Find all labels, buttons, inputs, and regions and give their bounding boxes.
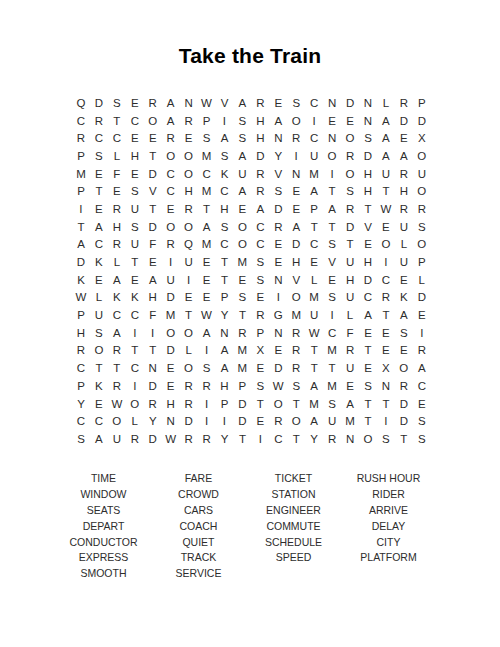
grid-cell[interactable]: W (198, 94, 216, 112)
grid-cell[interactable]: E (395, 342, 413, 360)
grid-cell[interactable]: T (251, 395, 269, 413)
grid-cell[interactable]: M (233, 342, 251, 360)
grid-cell[interactable]: T (108, 112, 126, 130)
grid-cell[interactable]: T (395, 430, 413, 448)
grid-cell[interactable]: A (395, 306, 413, 324)
grid-cell[interactable]: O (162, 324, 180, 342)
grid-cell[interactable]: P (251, 324, 269, 342)
grid-cell[interactable]: O (413, 236, 431, 254)
grid-cell[interactable]: R (413, 200, 431, 218)
grid-cell[interactable]: O (341, 165, 359, 183)
grid-cell[interactable]: E (144, 253, 162, 271)
grid-cell[interactable]: T (108, 359, 126, 377)
grid-cell[interactable]: S (269, 182, 287, 200)
grid-cell[interactable]: U (341, 253, 359, 271)
grid-cell[interactable]: P (233, 377, 251, 395)
grid-cell[interactable]: C (126, 306, 144, 324)
grid-cell[interactable]: D (341, 218, 359, 236)
grid-cell[interactable]: I (413, 324, 431, 342)
grid-cell[interactable]: R (180, 395, 198, 413)
grid-cell[interactable]: C (72, 412, 90, 430)
grid-cell[interactable]: T (305, 342, 323, 360)
grid-cell[interactable]: S (72, 430, 90, 448)
grid-cell[interactable]: M (198, 147, 216, 165)
grid-cell[interactable]: N (180, 94, 198, 112)
grid-cell[interactable]: T (359, 342, 377, 360)
grid-cell[interactable]: R (341, 200, 359, 218)
grid-cell[interactable]: V (359, 218, 377, 236)
grid-cell[interactable]: E (413, 395, 431, 413)
grid-cell[interactable]: E (359, 236, 377, 254)
grid-cell[interactable]: U (395, 253, 413, 271)
grid-cell[interactable]: R (90, 112, 108, 130)
grid-cell[interactable]: D (233, 395, 251, 413)
grid-cell[interactable]: C (72, 112, 90, 130)
grid-cell[interactable]: T (305, 218, 323, 236)
grid-cell[interactable]: D (269, 359, 287, 377)
grid-cell[interactable]: Q (180, 236, 198, 254)
grid-cell[interactable]: R (108, 377, 126, 395)
grid-cell[interactable]: D (395, 395, 413, 413)
grid-cell[interactable]: I (377, 412, 395, 430)
grid-cell[interactable]: R (162, 236, 180, 254)
grid-cell[interactable]: A (90, 430, 108, 448)
grid-cell[interactable]: E (108, 182, 126, 200)
grid-cell[interactable]: A (323, 200, 341, 218)
grid-cell[interactable]: M (341, 412, 359, 430)
grid-cell[interactable]: S (287, 94, 305, 112)
grid-cell[interactable]: X (377, 359, 395, 377)
grid-cell[interactable]: A (108, 324, 126, 342)
grid-cell[interactable]: U (126, 236, 144, 254)
grid-cell[interactable]: T (144, 147, 162, 165)
grid-cell[interactable]: E (162, 377, 180, 395)
grid-cell[interactable]: C (377, 271, 395, 289)
grid-cell[interactable]: T (323, 359, 341, 377)
grid-cell[interactable]: I (198, 412, 216, 430)
grid-cell[interactable]: E (126, 165, 144, 183)
grid-cell[interactable]: W (108, 395, 126, 413)
grid-cell[interactable]: O (377, 236, 395, 254)
grid-cell[interactable]: H (251, 129, 269, 147)
grid-cell[interactable]: R (251, 182, 269, 200)
grid-cell[interactable]: D (287, 236, 305, 254)
grid-cell[interactable]: T (144, 342, 162, 360)
grid-cell[interactable]: E (251, 359, 269, 377)
grid-cell[interactable]: S (377, 430, 395, 448)
grid-cell[interactable]: S (216, 147, 234, 165)
grid-cell[interactable]: P (72, 182, 90, 200)
grid-cell[interactable]: A (413, 359, 431, 377)
grid-cell[interactable]: A (198, 324, 216, 342)
grid-cell[interactable]: Y (216, 306, 234, 324)
grid-cell[interactable]: L (305, 271, 323, 289)
grid-cell[interactable]: I (323, 165, 341, 183)
grid-cell[interactable]: C (162, 165, 180, 183)
grid-cell[interactable]: R (341, 342, 359, 360)
grid-cell[interactable]: M (305, 289, 323, 307)
grid-cell[interactable]: T (377, 182, 395, 200)
grid-cell[interactable]: H (359, 182, 377, 200)
grid-cell[interactable]: A (233, 147, 251, 165)
grid-cell[interactable]: I (377, 253, 395, 271)
grid-cell[interactable]: E (180, 129, 198, 147)
grid-cell[interactable]: E (144, 129, 162, 147)
grid-cell[interactable]: E (162, 200, 180, 218)
grid-cell[interactable]: N (287, 165, 305, 183)
grid-cell[interactable]: H (144, 289, 162, 307)
grid-cell[interactable]: N (269, 324, 287, 342)
grid-cell[interactable]: R (395, 165, 413, 183)
grid-cell[interactable]: C (198, 165, 216, 183)
grid-cell[interactable]: S (233, 112, 251, 130)
grid-cell[interactable]: I (162, 253, 180, 271)
grid-cell[interactable]: A (377, 112, 395, 130)
grid-cell[interactable]: S (413, 218, 431, 236)
grid-cell[interactable]: O (233, 218, 251, 236)
grid-cell[interactable]: H (72, 324, 90, 342)
grid-cell[interactable]: E (126, 94, 144, 112)
grid-cell[interactable]: A (269, 112, 287, 130)
grid-cell[interactable]: R (323, 430, 341, 448)
grid-cell[interactable]: D (395, 412, 413, 430)
grid-cell[interactable]: R (341, 147, 359, 165)
grid-cell[interactable]: E (323, 112, 341, 130)
grid-cell[interactable]: S (198, 129, 216, 147)
grid-cell[interactable]: D (413, 289, 431, 307)
grid-cell[interactable]: C (251, 218, 269, 236)
grid-cell[interactable]: O (287, 112, 305, 130)
grid-cell[interactable]: N (162, 412, 180, 430)
grid-cell[interactable]: O (323, 147, 341, 165)
grid-cell[interactable]: R (180, 430, 198, 448)
grid-cell[interactable]: W (162, 430, 180, 448)
grid-cell[interactable]: M (233, 359, 251, 377)
grid-cell[interactable]: T (305, 359, 323, 377)
grid-cell[interactable]: L (108, 147, 126, 165)
grid-cell[interactable]: C (269, 430, 287, 448)
grid-cell[interactable]: O (180, 218, 198, 236)
grid-cell[interactable]: N (269, 271, 287, 289)
grid-cell[interactable]: H (216, 200, 234, 218)
grid-cell[interactable]: D (90, 94, 108, 112)
grid-cell[interactable]: T (377, 395, 395, 413)
grid-cell[interactable]: N (144, 359, 162, 377)
grid-cell[interactable]: R (126, 430, 144, 448)
grid-cell[interactable]: F (341, 324, 359, 342)
grid-cell[interactable]: R (180, 200, 198, 218)
grid-cell[interactable]: R (287, 359, 305, 377)
grid-cell[interactable]: E (287, 182, 305, 200)
grid-cell[interactable]: L (395, 236, 413, 254)
grid-cell[interactable]: R (233, 324, 251, 342)
grid-cell[interactable]: E (126, 271, 144, 289)
grid-cell[interactable]: H (162, 395, 180, 413)
grid-cell[interactable]: N (341, 430, 359, 448)
grid-cell[interactable]: A (377, 129, 395, 147)
grid-cell[interactable]: R (377, 289, 395, 307)
grid-cell[interactable]: T (126, 253, 144, 271)
grid-cell[interactable]: Y (305, 430, 323, 448)
grid-cell[interactable]: E (198, 289, 216, 307)
grid-cell[interactable]: C (413, 377, 431, 395)
grid-cell[interactable]: U (341, 289, 359, 307)
grid-cell[interactable]: O (144, 112, 162, 130)
grid-cell[interactable]: M (233, 253, 251, 271)
grid-cell[interactable]: T (90, 182, 108, 200)
grid-cell[interactable]: O (180, 324, 198, 342)
grid-cell[interactable]: A (198, 218, 216, 236)
grid-cell[interactable]: A (216, 129, 234, 147)
grid-cell[interactable]: P (198, 112, 216, 130)
grid-cell[interactable]: R (108, 342, 126, 360)
grid-cell[interactable]: M (305, 395, 323, 413)
grid-cell[interactable]: E (341, 112, 359, 130)
grid-cell[interactable]: P (72, 377, 90, 395)
grid-cell[interactable]: S (216, 218, 234, 236)
grid-cell[interactable]: T (323, 218, 341, 236)
grid-cell[interactable]: U (162, 271, 180, 289)
grid-cell[interactable]: U (341, 359, 359, 377)
grid-cell[interactable]: R (144, 94, 162, 112)
grid-cell[interactable]: N (216, 324, 234, 342)
grid-cell[interactable]: X (413, 129, 431, 147)
grid-cell[interactable]: C (305, 129, 323, 147)
grid-cell[interactable]: S (198, 359, 216, 377)
grid-cell[interactable]: S (251, 253, 269, 271)
grid-cell[interactable]: R (251, 306, 269, 324)
grid-cell[interactable]: V (323, 253, 341, 271)
grid-cell[interactable]: H (216, 377, 234, 395)
grid-cell[interactable]: M (323, 342, 341, 360)
grid-cell[interactable]: F (108, 165, 126, 183)
grid-cell[interactable]: S (233, 289, 251, 307)
grid-cell[interactable]: S (341, 182, 359, 200)
grid-cell[interactable]: E (377, 218, 395, 236)
grid-cell[interactable]: H (180, 182, 198, 200)
grid-cell[interactable]: R (144, 395, 162, 413)
grid-cell[interactable]: I (72, 200, 90, 218)
grid-cell[interactable]: N (359, 94, 377, 112)
grid-cell[interactable]: T (144, 200, 162, 218)
grid-cell[interactable]: S (251, 377, 269, 395)
grid-cell[interactable]: I (251, 430, 269, 448)
grid-cell[interactable]: O (162, 218, 180, 236)
grid-cell[interactable]: D (162, 289, 180, 307)
grid-cell[interactable]: D (413, 112, 431, 130)
grid-cell[interactable]: D (72, 253, 90, 271)
grid-cell[interactable]: P (413, 94, 431, 112)
grid-cell[interactable]: T (216, 253, 234, 271)
grid-cell[interactable]: I (198, 342, 216, 360)
grid-cell[interactable]: D (269, 200, 287, 218)
grid-cell[interactable]: Y (144, 412, 162, 430)
grid-cell[interactable]: X (251, 342, 269, 360)
grid-cell[interactable]: U (233, 165, 251, 183)
grid-cell[interactable]: K (72, 271, 90, 289)
grid-cell[interactable]: R (180, 112, 198, 130)
grid-cell[interactable]: E (359, 359, 377, 377)
grid-cell[interactable]: R (413, 342, 431, 360)
grid-cell[interactable]: D (144, 218, 162, 236)
grid-cell[interactable]: T (233, 430, 251, 448)
grid-cell[interactable]: R (162, 129, 180, 147)
grid-cell[interactable]: T (359, 200, 377, 218)
grid-cell[interactable]: T (90, 359, 108, 377)
grid-cell[interactable]: O (287, 289, 305, 307)
grid-cell[interactable]: O (269, 395, 287, 413)
grid-cell[interactable]: W (72, 289, 90, 307)
grid-cell[interactable]: T (341, 236, 359, 254)
grid-cell[interactable]: K (90, 377, 108, 395)
grid-cell[interactable]: I (144, 324, 162, 342)
grid-cell[interactable]: P (216, 289, 234, 307)
grid-cell[interactable]: A (305, 377, 323, 395)
grid-cell[interactable]: H (251, 112, 269, 130)
grid-cell[interactable]: A (395, 147, 413, 165)
grid-cell[interactable]: F (144, 236, 162, 254)
grid-cell[interactable]: E (323, 271, 341, 289)
grid-cell[interactable]: D (144, 165, 162, 183)
grid-cell[interactable]: C (216, 236, 234, 254)
grid-cell[interactable]: E (126, 129, 144, 147)
grid-cell[interactable]: D (144, 377, 162, 395)
grid-cell[interactable]: L (180, 342, 198, 360)
grid-cell[interactable]: R (108, 200, 126, 218)
grid-cell[interactable]: E (377, 342, 395, 360)
grid-cell[interactable]: A (305, 182, 323, 200)
grid-cell[interactable]: R (180, 377, 198, 395)
grid-cell[interactable]: A (90, 218, 108, 236)
grid-cell[interactable]: S (108, 94, 126, 112)
grid-cell[interactable]: M (305, 165, 323, 183)
grid-cell[interactable]: R (108, 236, 126, 254)
grid-cell[interactable]: L (413, 271, 431, 289)
grid-cell[interactable]: O (90, 342, 108, 360)
grid-cell[interactable]: E (251, 289, 269, 307)
grid-cell[interactable]: D (341, 94, 359, 112)
grid-cell[interactable]: T (233, 306, 251, 324)
grid-cell[interactable]: Q (72, 94, 90, 112)
grid-cell[interactable]: O (126, 395, 144, 413)
grid-cell[interactable]: T (72, 218, 90, 236)
grid-cell[interactable]: N (377, 377, 395, 395)
grid-cell[interactable]: T (377, 306, 395, 324)
grid-cell[interactable]: A (162, 94, 180, 112)
grid-cell[interactable]: C (126, 359, 144, 377)
grid-cell[interactable]: D (180, 412, 198, 430)
grid-cell[interactable]: W (305, 324, 323, 342)
grid-cell[interactable]: L (341, 306, 359, 324)
grid-cell[interactable]: E (198, 271, 216, 289)
grid-cell[interactable]: G (269, 306, 287, 324)
grid-cell[interactable]: O (341, 129, 359, 147)
grid-cell[interactable]: E (251, 412, 269, 430)
grid-cell[interactable]: D (395, 112, 413, 130)
grid-cell[interactable]: C (216, 182, 234, 200)
grid-cell[interactable]: P (413, 253, 431, 271)
grid-cell[interactable]: U (305, 306, 323, 324)
grid-cell[interactable]: I (180, 271, 198, 289)
grid-cell[interactable]: U (90, 306, 108, 324)
grid-cell[interactable]: M (162, 306, 180, 324)
grid-cell[interactable]: U (413, 165, 431, 183)
grid-cell[interactable]: R (72, 342, 90, 360)
grid-cell[interactable]: E (269, 342, 287, 360)
grid-cell[interactable]: S (251, 271, 269, 289)
grid-cell[interactable]: C (90, 236, 108, 254)
grid-cell[interactable]: V (269, 165, 287, 183)
grid-cell[interactable]: C (108, 306, 126, 324)
grid-cell[interactable]: E (359, 324, 377, 342)
grid-cell[interactable]: K (395, 289, 413, 307)
grid-cell[interactable]: K (108, 289, 126, 307)
grid-cell[interactable]: U (395, 218, 413, 236)
grid-cell[interactable]: T (216, 271, 234, 289)
grid-cell[interactable]: A (72, 236, 90, 254)
grid-cell[interactable]: C (162, 182, 180, 200)
grid-cell[interactable]: Y (216, 430, 234, 448)
grid-cell[interactable]: S (126, 218, 144, 236)
grid-cell[interactable]: T (180, 306, 198, 324)
grid-cell[interactable]: K (90, 253, 108, 271)
grid-cell[interactable]: D (251, 147, 269, 165)
grid-cell[interactable]: O (180, 147, 198, 165)
grid-cell[interactable]: M (198, 182, 216, 200)
grid-cell[interactable]: U (180, 253, 198, 271)
grid-cell[interactable]: S (90, 147, 108, 165)
grid-cell[interactable]: R (287, 342, 305, 360)
grid-cell[interactable]: S (413, 430, 431, 448)
grid-cell[interactable]: E (269, 94, 287, 112)
grid-cell[interactable]: E (341, 377, 359, 395)
grid-cell[interactable]: T (126, 342, 144, 360)
grid-cell[interactable]: P (305, 200, 323, 218)
grid-cell[interactable]: R (395, 377, 413, 395)
grid-cell[interactable]: D (359, 147, 377, 165)
grid-cell[interactable]: E (395, 271, 413, 289)
grid-cell[interactable]: O (413, 182, 431, 200)
grid-cell[interactable]: D (359, 271, 377, 289)
grid-cell[interactable]: S (323, 236, 341, 254)
grid-cell[interactable]: S (233, 129, 251, 147)
grid-cell[interactable]: E (90, 200, 108, 218)
grid-cell[interactable]: O (359, 430, 377, 448)
grid-cell[interactable]: C (323, 324, 341, 342)
grid-cell[interactable]: H (395, 182, 413, 200)
grid-cell[interactable]: C (251, 236, 269, 254)
grid-cell[interactable]: R (287, 129, 305, 147)
grid-cell[interactable]: M (198, 236, 216, 254)
grid-cell[interactable]: M (287, 306, 305, 324)
grid-cell[interactable]: M (323, 377, 341, 395)
grid-cell[interactable]: O (413, 147, 431, 165)
grid-cell[interactable]: C (305, 94, 323, 112)
grid-cell[interactable]: E (377, 324, 395, 342)
grid-cell[interactable]: R (395, 200, 413, 218)
grid-cell[interactable]: C (72, 359, 90, 377)
grid-cell[interactable]: E (269, 253, 287, 271)
grid-cell[interactable]: O (180, 359, 198, 377)
grid-cell[interactable]: E (198, 253, 216, 271)
grid-cell[interactable]: A (233, 94, 251, 112)
grid-cell[interactable]: T (287, 430, 305, 448)
grid-cell[interactable]: U (305, 147, 323, 165)
grid-cell[interactable]: F (144, 306, 162, 324)
grid-cell[interactable]: W (198, 306, 216, 324)
grid-cell[interactable]: T (323, 182, 341, 200)
grid-cell[interactable]: S (90, 324, 108, 342)
